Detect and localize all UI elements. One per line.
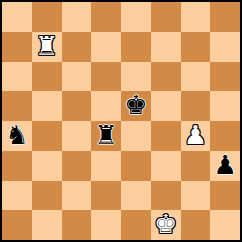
square-e5[interactable]: ♚ <box>121 91 151 121</box>
square-h2[interactable] <box>210 181 240 211</box>
square-g1[interactable] <box>181 210 211 240</box>
chess-board: ♜♚♞♜♟♟♚ <box>0 0 242 242</box>
square-b1[interactable] <box>32 210 62 240</box>
square-d1[interactable] <box>91 210 121 240</box>
square-c6[interactable] <box>62 62 92 92</box>
square-e4[interactable] <box>121 121 151 151</box>
piece-black-pawn[interactable]: ♟ <box>213 152 236 178</box>
square-d8[interactable] <box>91 2 121 32</box>
square-e7[interactable] <box>121 32 151 62</box>
piece-white-king[interactable]: ♚ <box>154 211 177 237</box>
square-h6[interactable] <box>210 62 240 92</box>
piece-white-rook[interactable]: ♜ <box>35 33 58 59</box>
square-f3[interactable] <box>151 151 181 181</box>
square-b5[interactable] <box>32 91 62 121</box>
square-b6[interactable] <box>32 62 62 92</box>
square-c8[interactable] <box>62 2 92 32</box>
piece-black-king[interactable]: ♚ <box>124 92 147 118</box>
square-a6[interactable] <box>2 62 32 92</box>
square-e2[interactable] <box>121 181 151 211</box>
square-f6[interactable] <box>151 62 181 92</box>
square-g6[interactable] <box>181 62 211 92</box>
square-h5[interactable] <box>210 91 240 121</box>
square-e8[interactable] <box>121 2 151 32</box>
square-d3[interactable] <box>91 151 121 181</box>
square-c3[interactable] <box>62 151 92 181</box>
square-h3[interactable]: ♟ <box>210 151 240 181</box>
square-h8[interactable] <box>210 2 240 32</box>
square-a7[interactable] <box>2 32 32 62</box>
square-b8[interactable] <box>32 2 62 32</box>
square-f4[interactable] <box>151 121 181 151</box>
square-c1[interactable] <box>62 210 92 240</box>
square-b7[interactable]: ♜ <box>32 32 62 62</box>
square-b4[interactable] <box>32 121 62 151</box>
square-b2[interactable] <box>32 181 62 211</box>
square-c2[interactable] <box>62 181 92 211</box>
square-f8[interactable] <box>151 2 181 32</box>
square-e3[interactable] <box>121 151 151 181</box>
square-d5[interactable] <box>91 91 121 121</box>
chess-board-container: ♜♚♞♜♟♟♚ <box>0 0 242 242</box>
square-a1[interactable] <box>2 210 32 240</box>
piece-black-rook[interactable]: ♜ <box>94 122 117 148</box>
square-f1[interactable]: ♚ <box>151 210 181 240</box>
square-g8[interactable] <box>181 2 211 32</box>
square-c7[interactable] <box>62 32 92 62</box>
square-a5[interactable] <box>2 91 32 121</box>
square-c5[interactable] <box>62 91 92 121</box>
square-g7[interactable] <box>181 32 211 62</box>
square-a2[interactable] <box>2 181 32 211</box>
square-f7[interactable] <box>151 32 181 62</box>
square-f2[interactable] <box>151 181 181 211</box>
square-h4[interactable] <box>210 121 240 151</box>
square-h1[interactable] <box>210 210 240 240</box>
square-e1[interactable] <box>121 210 151 240</box>
square-d4[interactable]: ♜ <box>91 121 121 151</box>
piece-white-pawn[interactable]: ♟ <box>184 122 207 148</box>
square-c4[interactable] <box>62 121 92 151</box>
square-a8[interactable] <box>2 2 32 32</box>
square-b3[interactable] <box>32 151 62 181</box>
square-a4[interactable]: ♞ <box>2 121 32 151</box>
square-d2[interactable] <box>91 181 121 211</box>
square-d6[interactable] <box>91 62 121 92</box>
square-d7[interactable] <box>91 32 121 62</box>
piece-black-knight[interactable]: ♞ <box>5 122 28 148</box>
square-a3[interactable] <box>2 151 32 181</box>
square-e6[interactable] <box>121 62 151 92</box>
square-g2[interactable] <box>181 181 211 211</box>
square-g4[interactable]: ♟ <box>181 121 211 151</box>
square-g5[interactable] <box>181 91 211 121</box>
square-g3[interactable] <box>181 151 211 181</box>
square-f5[interactable] <box>151 91 181 121</box>
square-h7[interactable] <box>210 32 240 62</box>
